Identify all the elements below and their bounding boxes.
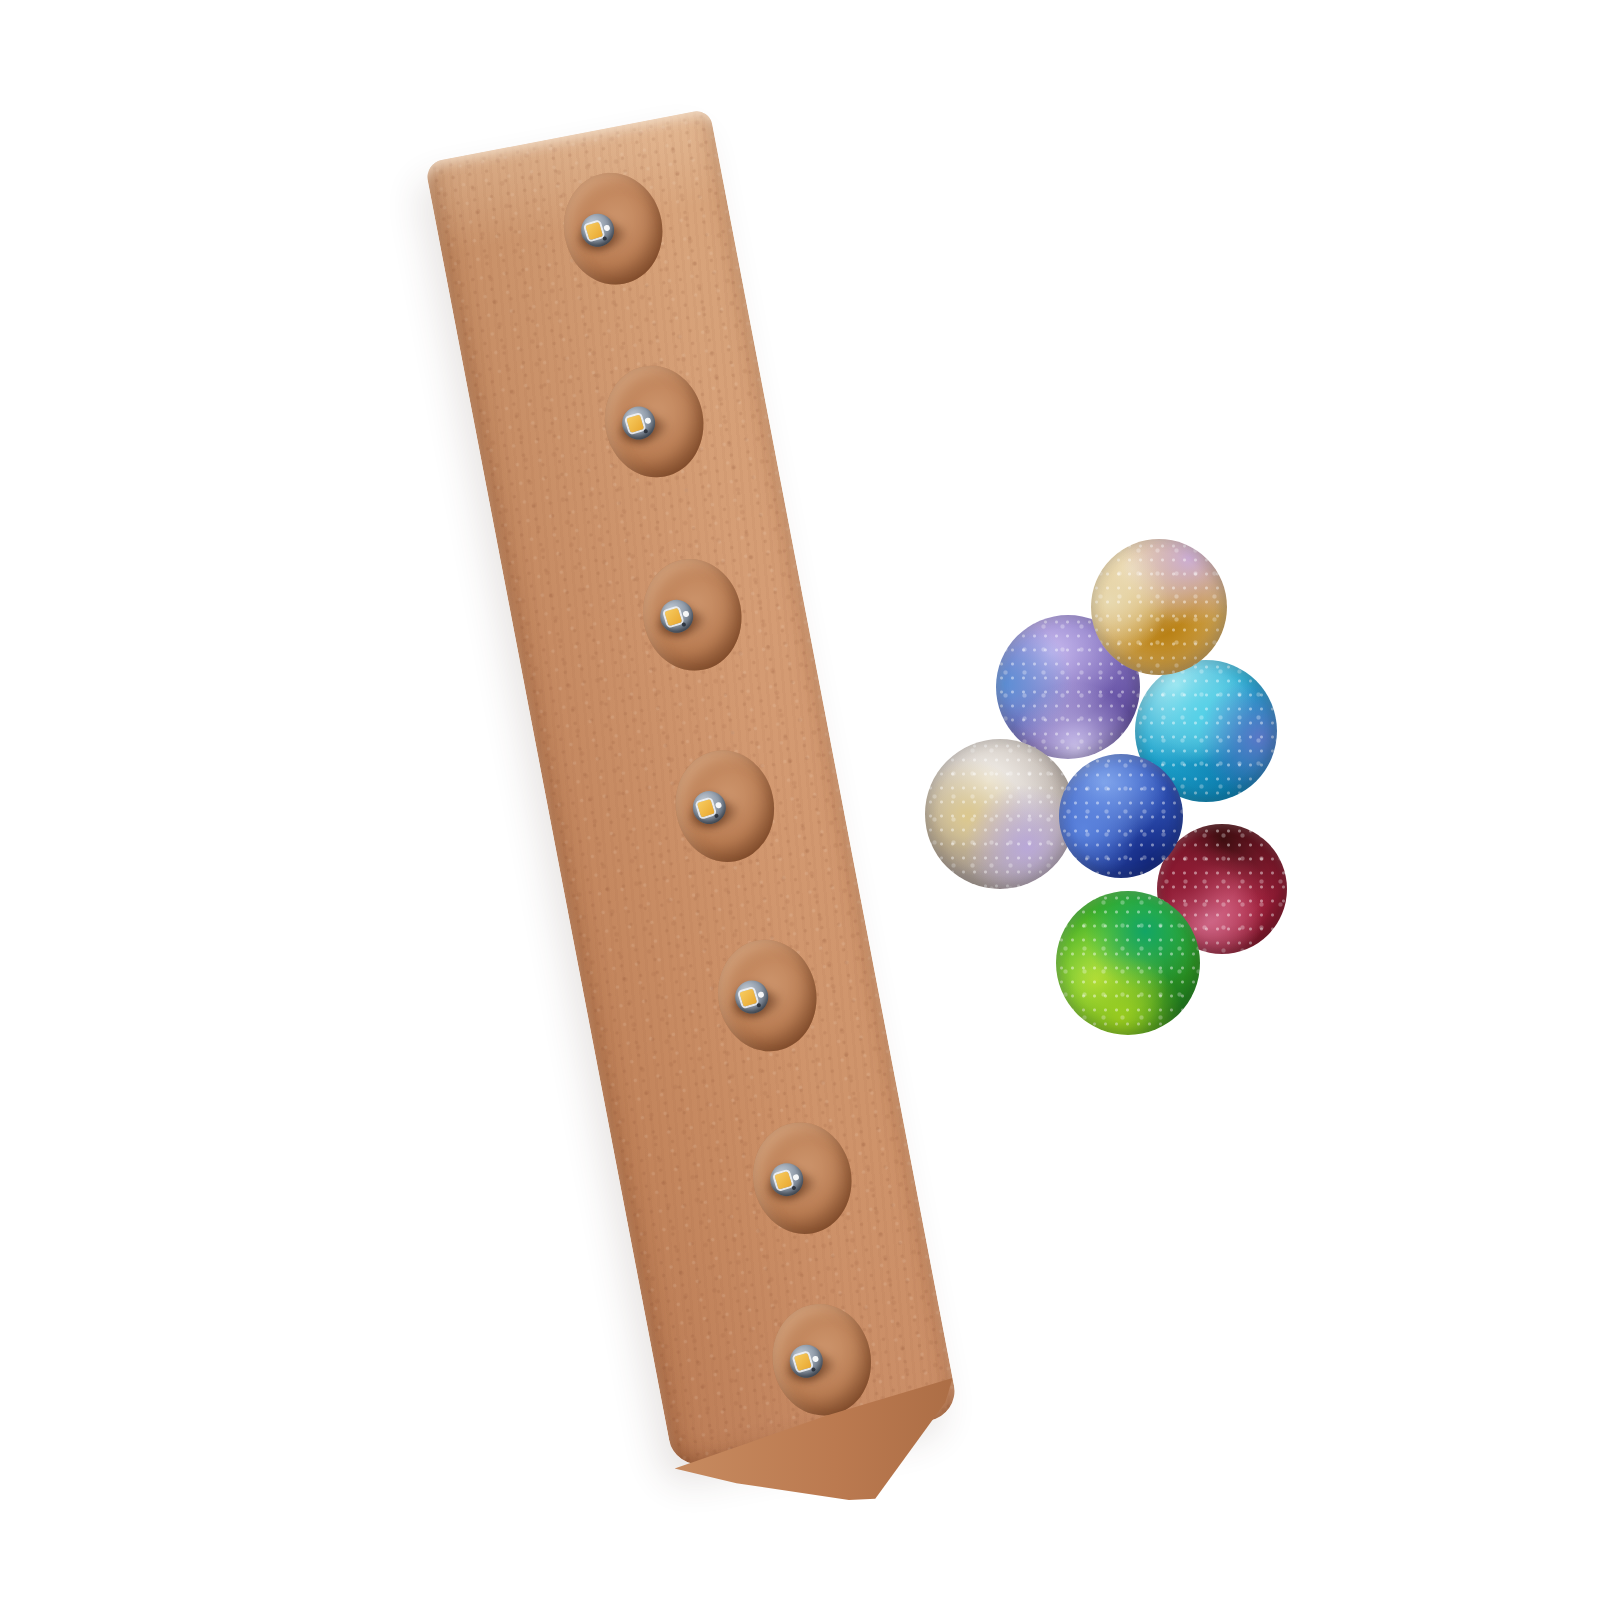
- marble-pearl[interactable]: [925, 739, 1075, 889]
- marble-cluster: [0, 0, 1600, 1600]
- marble-gold[interactable]: [1091, 539, 1227, 675]
- marble-blue[interactable]: [1059, 754, 1183, 878]
- marble-green[interactable]: [1056, 891, 1200, 1035]
- product-photo: [0, 0, 1600, 1600]
